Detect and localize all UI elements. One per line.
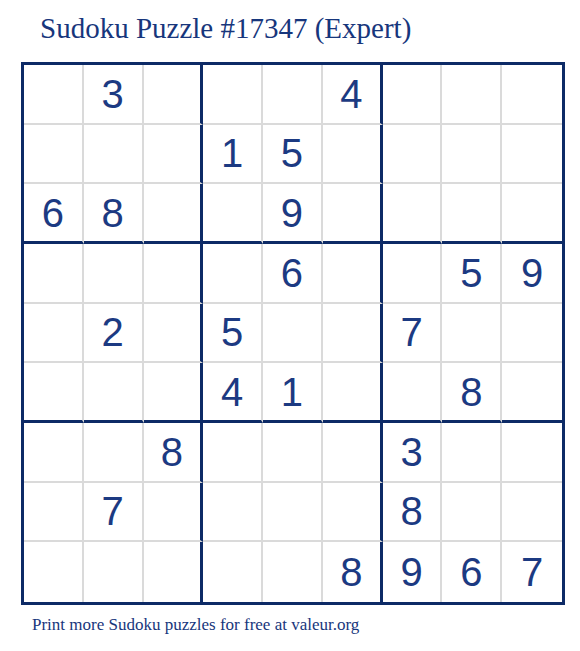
cell-r4c9[interactable]: 9 (502, 244, 562, 304)
cell-r3c4[interactable] (203, 184, 263, 244)
cell-r4c4[interactable] (203, 244, 263, 304)
cell-r1c9[interactable] (502, 65, 562, 125)
cell-r5c3[interactable] (144, 304, 204, 364)
cell-r1c8[interactable] (442, 65, 502, 125)
cell-r3c2[interactable]: 8 (84, 184, 144, 244)
cell-r1c3[interactable] (144, 65, 204, 125)
cell-r9c1[interactable] (24, 542, 84, 602)
cell-r9c3[interactable] (144, 542, 204, 602)
cell-r7c8[interactable] (442, 423, 502, 483)
cell-r6c3[interactable] (144, 363, 204, 423)
cell-r1c6[interactable]: 4 (323, 65, 383, 125)
cell-r5c4[interactable]: 5 (203, 304, 263, 364)
cell-r7c1[interactable] (24, 423, 84, 483)
cell-r3c5[interactable]: 9 (263, 184, 323, 244)
cell-r6c5[interactable]: 1 (263, 363, 323, 423)
cell-r3c1[interactable]: 6 (24, 184, 84, 244)
cell-r4c2[interactable] (84, 244, 144, 304)
cell-r1c2[interactable]: 3 (84, 65, 144, 125)
cell-r7c6[interactable] (323, 423, 383, 483)
cell-r7c7[interactable]: 3 (383, 423, 443, 483)
cell-r2c7[interactable] (383, 125, 443, 185)
cell-r3c3[interactable] (144, 184, 204, 244)
cell-r2c6[interactable] (323, 125, 383, 185)
cell-r2c1[interactable] (24, 125, 84, 185)
cell-r3c6[interactable] (323, 184, 383, 244)
cell-r9c8[interactable]: 6 (442, 542, 502, 602)
cell-r9c9[interactable]: 7 (502, 542, 562, 602)
cell-r4c6[interactable] (323, 244, 383, 304)
cell-r8c5[interactable] (263, 483, 323, 543)
cell-r2c5[interactable]: 5 (263, 125, 323, 185)
cell-r3c8[interactable] (442, 184, 502, 244)
cell-r9c6[interactable]: 8 (323, 542, 383, 602)
cell-r9c7[interactable]: 9 (383, 542, 443, 602)
cell-r6c6[interactable] (323, 363, 383, 423)
cell-r8c8[interactable] (442, 483, 502, 543)
cell-r4c7[interactable] (383, 244, 443, 304)
cell-r5c2[interactable]: 2 (84, 304, 144, 364)
cell-r1c1[interactable] (24, 65, 84, 125)
cell-r6c4[interactable]: 4 (203, 363, 263, 423)
cell-r8c4[interactable] (203, 483, 263, 543)
cell-r2c4[interactable]: 1 (203, 125, 263, 185)
cell-r6c7[interactable] (383, 363, 443, 423)
cell-r7c2[interactable] (84, 423, 144, 483)
cell-r6c8[interactable]: 8 (442, 363, 502, 423)
cell-r8c2[interactable]: 7 (84, 483, 144, 543)
cell-r6c2[interactable] (84, 363, 144, 423)
cell-r7c5[interactable] (263, 423, 323, 483)
cell-r4c3[interactable] (144, 244, 204, 304)
cell-r2c8[interactable] (442, 125, 502, 185)
cell-r7c4[interactable] (203, 423, 263, 483)
cell-r8c3[interactable] (144, 483, 204, 543)
cell-r5c9[interactable] (502, 304, 562, 364)
cell-r2c9[interactable] (502, 125, 562, 185)
cell-r5c8[interactable] (442, 304, 502, 364)
cell-r8c1[interactable] (24, 483, 84, 543)
cell-r9c2[interactable] (84, 542, 144, 602)
cell-r3c7[interactable] (383, 184, 443, 244)
cell-r5c6[interactable] (323, 304, 383, 364)
cell-r9c5[interactable] (263, 542, 323, 602)
cell-r4c8[interactable]: 5 (442, 244, 502, 304)
cell-r6c1[interactable] (24, 363, 84, 423)
cell-r6c9[interactable] (502, 363, 562, 423)
cell-r2c3[interactable] (144, 125, 204, 185)
cell-r8c6[interactable] (323, 483, 383, 543)
cell-r5c7[interactable]: 7 (383, 304, 443, 364)
cell-r1c5[interactable] (263, 65, 323, 125)
cell-r1c7[interactable] (383, 65, 443, 125)
footer-text: Print more Sudoku puzzles for free at va… (32, 615, 359, 635)
cell-r1c4[interactable] (203, 65, 263, 125)
cell-r5c1[interactable] (24, 304, 84, 364)
cell-r5c5[interactable] (263, 304, 323, 364)
cell-r4c1[interactable] (24, 244, 84, 304)
cell-r4c5[interactable]: 6 (263, 244, 323, 304)
cell-r2c2[interactable] (84, 125, 144, 185)
cell-r7c9[interactable] (502, 423, 562, 483)
sudoku-board: 341568965925741883788967 (21, 62, 565, 605)
cell-r7c3[interactable]: 8 (144, 423, 204, 483)
cell-r3c9[interactable] (502, 184, 562, 244)
cell-r9c4[interactable] (203, 542, 263, 602)
cell-r8c9[interactable] (502, 483, 562, 543)
cell-r8c7[interactable]: 8 (383, 483, 443, 543)
page-title: Sudoku Puzzle #17347 (Expert) (40, 12, 411, 45)
